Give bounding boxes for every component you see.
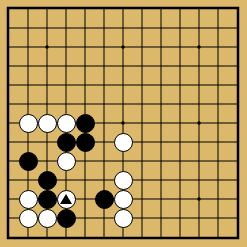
- intersection-F8[interactable]: [95, 95, 114, 114]
- intersection-C9[interactable]: [38, 76, 57, 95]
- intersection-L10[interactable]: [190, 57, 209, 76]
- black-stone-E6[interactable]: [76, 133, 95, 152]
- intersection-A2[interactable]: [0, 209, 19, 228]
- intersection-K8[interactable]: [171, 95, 190, 114]
- intersection-M6[interactable]: [209, 133, 228, 152]
- intersection-D11[interactable]: [57, 38, 76, 57]
- intersection-B7[interactable]: [19, 114, 38, 133]
- intersection-K9[interactable]: [171, 76, 190, 95]
- intersection-C7[interactable]: [38, 114, 57, 133]
- intersection-K13[interactable]: [171, 0, 190, 19]
- intersection-M8[interactable]: [209, 95, 228, 114]
- intersection-A11[interactable]: [0, 38, 19, 57]
- intersection-G11[interactable]: [114, 38, 133, 57]
- white-stone-B2[interactable]: [19, 209, 38, 228]
- intersection-H7[interactable]: [133, 114, 152, 133]
- black-stone-B5[interactable]: [19, 152, 38, 171]
- intersection-N13[interactable]: [228, 0, 247, 19]
- intersection-L9[interactable]: [190, 76, 209, 95]
- intersection-M12[interactable]: [209, 19, 228, 38]
- intersection-F6[interactable]: [95, 133, 114, 152]
- intersection-A7[interactable]: [0, 114, 19, 133]
- intersection-M7[interactable]: [209, 114, 228, 133]
- intersection-C8[interactable]: [38, 95, 57, 114]
- white-stone-B3[interactable]: [19, 190, 38, 209]
- intersection-E9[interactable]: [76, 76, 95, 95]
- intersection-C10[interactable]: [38, 57, 57, 76]
- intersection-M9[interactable]: [209, 76, 228, 95]
- intersection-H12[interactable]: [133, 19, 152, 38]
- intersection-N2[interactable]: [228, 209, 247, 228]
- intersection-B2[interactable]: [19, 209, 38, 228]
- intersection-D5[interactable]: [57, 152, 76, 171]
- intersection-H13[interactable]: [133, 0, 152, 19]
- intersection-E7[interactable]: [76, 114, 95, 133]
- intersection-H11[interactable]: [133, 38, 152, 57]
- intersection-F7[interactable]: [95, 114, 114, 133]
- black-stone-C3[interactable]: [38, 190, 57, 209]
- intersection-K3[interactable]: [171, 190, 190, 209]
- intersection-J2[interactable]: [152, 209, 171, 228]
- intersection-L13[interactable]: [190, 0, 209, 19]
- intersection-M11[interactable]: [209, 38, 228, 57]
- intersection-L2[interactable]: [190, 209, 209, 228]
- intersection-N4[interactable]: [228, 171, 247, 190]
- intersection-H2[interactable]: [133, 209, 152, 228]
- intersection-J12[interactable]: [152, 19, 171, 38]
- intersection-F4[interactable]: [95, 171, 114, 190]
- intersection-K12[interactable]: [171, 19, 190, 38]
- intersection-K6[interactable]: [171, 133, 190, 152]
- intersection-E1[interactable]: [76, 228, 95, 247]
- intersection-D10[interactable]: [57, 57, 76, 76]
- intersection-J4[interactable]: [152, 171, 171, 190]
- intersection-K2[interactable]: [171, 209, 190, 228]
- intersection-C13[interactable]: [38, 0, 57, 19]
- intersection-K1[interactable]: [171, 228, 190, 247]
- intersection-J9[interactable]: [152, 76, 171, 95]
- intersection-A13[interactable]: [0, 0, 19, 19]
- intersection-E2[interactable]: [76, 209, 95, 228]
- white-stone-C2[interactable]: [38, 209, 57, 228]
- intersection-D8[interactable]: [57, 95, 76, 114]
- intersection-G1[interactable]: [114, 228, 133, 247]
- intersection-C12[interactable]: [38, 19, 57, 38]
- intersection-N10[interactable]: [228, 57, 247, 76]
- intersection-E11[interactable]: [76, 38, 95, 57]
- intersection-C2[interactable]: [38, 209, 57, 228]
- intersection-A4[interactable]: [0, 171, 19, 190]
- white-stone-G6[interactable]: [114, 133, 133, 152]
- intersection-G4[interactable]: [114, 171, 133, 190]
- intersection-B3[interactable]: [19, 190, 38, 209]
- intersection-E12[interactable]: [76, 19, 95, 38]
- intersection-F11[interactable]: [95, 38, 114, 57]
- intersection-E13[interactable]: [76, 0, 95, 19]
- intersection-H8[interactable]: [133, 95, 152, 114]
- intersection-H10[interactable]: [133, 57, 152, 76]
- white-stone-G4[interactable]: [114, 171, 133, 190]
- intersection-M10[interactable]: [209, 57, 228, 76]
- intersection-E6[interactable]: [76, 133, 95, 152]
- intersection-H3[interactable]: [133, 190, 152, 209]
- go-board-diagram: [0, 0, 247, 247]
- intersection-B13[interactable]: [19, 0, 38, 19]
- intersection-F9[interactable]: [95, 76, 114, 95]
- intersection-B8[interactable]: [19, 95, 38, 114]
- white-stone-D3[interactable]: [57, 190, 76, 209]
- intersection-A8[interactable]: [0, 95, 19, 114]
- intersection-J10[interactable]: [152, 57, 171, 76]
- intersection-A6[interactable]: [0, 133, 19, 152]
- intersection-J6[interactable]: [152, 133, 171, 152]
- intersection-C6[interactable]: [38, 133, 57, 152]
- intersection-E3[interactable]: [76, 190, 95, 209]
- triangle-marker: [60, 194, 72, 204]
- intersection-H4[interactable]: [133, 171, 152, 190]
- intersection-B1[interactable]: [19, 228, 38, 247]
- intersection-M3[interactable]: [209, 190, 228, 209]
- intersection-K5[interactable]: [171, 152, 190, 171]
- intersection-B12[interactable]: [19, 19, 38, 38]
- intersection-A9[interactable]: [0, 76, 19, 95]
- intersection-C4[interactable]: [38, 171, 57, 190]
- intersection-N7[interactable]: [228, 114, 247, 133]
- intersection-F3[interactable]: [95, 190, 114, 209]
- intersection-N11[interactable]: [228, 38, 247, 57]
- intersection-G2[interactable]: [114, 209, 133, 228]
- intersection-M4[interactable]: [209, 171, 228, 190]
- intersection-J7[interactable]: [152, 114, 171, 133]
- intersection-G10[interactable]: [114, 57, 133, 76]
- intersection-E8[interactable]: [76, 95, 95, 114]
- go-board: [0, 0, 247, 247]
- white-stone-D7[interactable]: [57, 114, 76, 133]
- intersection-F13[interactable]: [95, 0, 114, 19]
- intersection-G3[interactable]: [114, 190, 133, 209]
- intersection-L11[interactable]: [190, 38, 209, 57]
- intersection-G9[interactable]: [114, 76, 133, 95]
- intersection-J8[interactable]: [152, 95, 171, 114]
- intersection-L4[interactable]: [190, 171, 209, 190]
- intersection-A12[interactable]: [0, 19, 19, 38]
- intersection-L6[interactable]: [190, 133, 209, 152]
- intersection-F1[interactable]: [95, 228, 114, 247]
- intersection-M1[interactable]: [209, 228, 228, 247]
- intersection-E4[interactable]: [76, 171, 95, 190]
- intersection-G8[interactable]: [114, 95, 133, 114]
- intersection-C11[interactable]: [38, 38, 57, 57]
- white-stone-G2[interactable]: [114, 209, 133, 228]
- intersection-F12[interactable]: [95, 19, 114, 38]
- intersection-M5[interactable]: [209, 152, 228, 171]
- intersection-A3[interactable]: [0, 190, 19, 209]
- intersection-C1[interactable]: [38, 228, 57, 247]
- intersection-F10[interactable]: [95, 57, 114, 76]
- intersection-E5[interactable]: [76, 152, 95, 171]
- intersection-A10[interactable]: [0, 57, 19, 76]
- intersection-K4[interactable]: [171, 171, 190, 190]
- white-stone-B7[interactable]: [19, 114, 38, 133]
- intersection-C3[interactable]: [38, 190, 57, 209]
- intersection-B4[interactable]: [19, 171, 38, 190]
- intersection-M13[interactable]: [209, 0, 228, 19]
- intersection-J1[interactable]: [152, 228, 171, 247]
- intersection-M2[interactable]: [209, 209, 228, 228]
- intersection-N8[interactable]: [228, 95, 247, 114]
- black-stone-D2[interactable]: [57, 209, 76, 228]
- intersection-K11[interactable]: [171, 38, 190, 57]
- intersection-D3[interactable]: [57, 190, 76, 209]
- black-stone-E7[interactable]: [76, 114, 95, 133]
- black-stone-D6[interactable]: [57, 133, 76, 152]
- intersection-G6[interactable]: [114, 133, 133, 152]
- intersection-G13[interactable]: [114, 0, 133, 19]
- intersection-B10[interactable]: [19, 57, 38, 76]
- intersection-F2[interactable]: [95, 209, 114, 228]
- intersection-L12[interactable]: [190, 19, 209, 38]
- intersection-L7[interactable]: [190, 114, 209, 133]
- intersection-L1[interactable]: [190, 228, 209, 247]
- intersection-G7[interactable]: [114, 114, 133, 133]
- intersection-D9[interactable]: [57, 76, 76, 95]
- intersection-N5[interactable]: [228, 152, 247, 171]
- intersection-D7[interactable]: [57, 114, 76, 133]
- intersection-F5[interactable]: [95, 152, 114, 171]
- intersection-D2[interactable]: [57, 209, 76, 228]
- intersection-K10[interactable]: [171, 57, 190, 76]
- intersection-N12[interactable]: [228, 19, 247, 38]
- intersection-N1[interactable]: [228, 228, 247, 247]
- intersection-A1[interactable]: [0, 228, 19, 247]
- intersection-H9[interactable]: [133, 76, 152, 95]
- intersection-J11[interactable]: [152, 38, 171, 57]
- intersection-B9[interactable]: [19, 76, 38, 95]
- intersection-N9[interactable]: [228, 76, 247, 95]
- intersection-G5[interactable]: [114, 152, 133, 171]
- white-stone-C7[interactable]: [38, 114, 57, 133]
- intersection-D13[interactable]: [57, 0, 76, 19]
- intersection-D1[interactable]: [57, 228, 76, 247]
- white-stone-G3[interactable]: [114, 190, 133, 209]
- intersection-J5[interactable]: [152, 152, 171, 171]
- intersection-H5[interactable]: [133, 152, 152, 171]
- intersection-L3[interactable]: [190, 190, 209, 209]
- intersection-H1[interactable]: [133, 228, 152, 247]
- intersection-B11[interactable]: [19, 38, 38, 57]
- intersection-D12[interactable]: [57, 19, 76, 38]
- intersection-D6[interactable]: [57, 133, 76, 152]
- intersection-J3[interactable]: [152, 190, 171, 209]
- white-stone-D5[interactable]: [57, 152, 76, 171]
- intersection-E10[interactable]: [76, 57, 95, 76]
- intersection-N6[interactable]: [228, 133, 247, 152]
- intersection-C5[interactable]: [38, 152, 57, 171]
- black-stone-C4[interactable]: [38, 171, 57, 190]
- black-stone-F3[interactable]: [95, 190, 114, 209]
- intersection-K7[interactable]: [171, 114, 190, 133]
- intersection-B6[interactable]: [19, 133, 38, 152]
- intersection-L8[interactable]: [190, 95, 209, 114]
- intersection-G12[interactable]: [114, 19, 133, 38]
- intersection-L5[interactable]: [190, 152, 209, 171]
- intersection-B5[interactable]: [19, 152, 38, 171]
- intersection-D4[interactable]: [57, 171, 76, 190]
- intersection-A5[interactable]: [0, 152, 19, 171]
- intersection-J13[interactable]: [152, 0, 171, 19]
- intersection-H6[interactable]: [133, 133, 152, 152]
- intersection-N3[interactable]: [228, 190, 247, 209]
